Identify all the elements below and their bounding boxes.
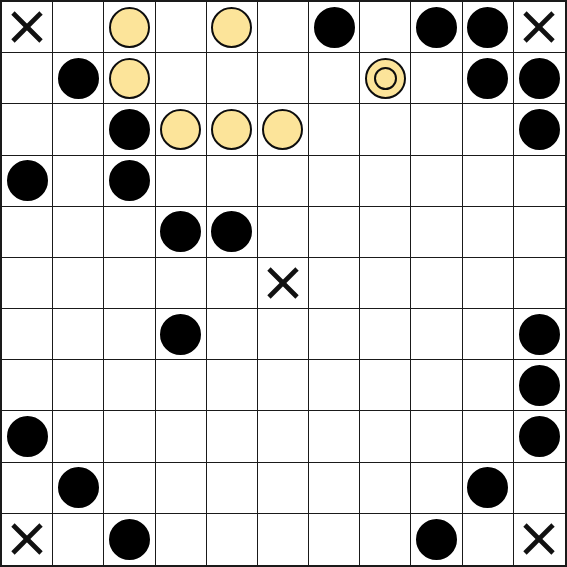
attacker-piece[interactable] <box>58 467 99 508</box>
cell-r3c8[interactable] <box>411 156 462 207</box>
cell-r10c6[interactable] <box>309 514 360 565</box>
cell-r2c2[interactable] <box>104 104 155 155</box>
cell-r9c2[interactable] <box>104 463 155 514</box>
cell-r8c7[interactable] <box>360 411 411 462</box>
cell-r1c9[interactable] <box>463 53 514 104</box>
cell-r5c1[interactable] <box>53 258 104 309</box>
cell-r5c7[interactable] <box>360 258 411 309</box>
cell-r5c2[interactable] <box>104 258 155 309</box>
cell-r4c3[interactable] <box>156 207 207 258</box>
defender-piece[interactable] <box>160 109 201 150</box>
cell-r5c10[interactable] <box>514 258 565 309</box>
attacker-piece[interactable] <box>519 314 560 355</box>
cell-r3c2[interactable] <box>104 156 155 207</box>
defender-piece[interactable] <box>211 109 252 150</box>
cell-r4c8[interactable] <box>411 207 462 258</box>
cell-r10c5[interactable] <box>258 514 309 565</box>
cell-r0c8[interactable] <box>411 2 462 53</box>
cell-r3c3[interactable] <box>156 156 207 207</box>
attacker-piece[interactable] <box>519 416 560 457</box>
cell-r4c0[interactable] <box>2 207 53 258</box>
cell-r1c6[interactable] <box>309 53 360 104</box>
cell-r8c4[interactable] <box>207 411 258 462</box>
cell-r2c10[interactable] <box>514 104 565 155</box>
cell-r7c6[interactable] <box>309 360 360 411</box>
king-ring <box>374 67 397 90</box>
cell-r2c9[interactable] <box>463 104 514 155</box>
cell-r4c4[interactable] <box>207 207 258 258</box>
cell-r7c7[interactable] <box>360 360 411 411</box>
cell-r7c8[interactable] <box>411 360 462 411</box>
cell-r0c2[interactable] <box>104 2 155 53</box>
cell-r7c0[interactable] <box>2 360 53 411</box>
throne-mark-icon <box>264 264 302 302</box>
cell-r10c10[interactable] <box>514 514 565 565</box>
cell-r0c6[interactable] <box>309 2 360 53</box>
cell-r8c0[interactable] <box>2 411 53 462</box>
cell-r7c1[interactable] <box>53 360 104 411</box>
cell-r1c2[interactable] <box>104 53 155 104</box>
cell-r4c9[interactable] <box>463 207 514 258</box>
cell-r1c8[interactable] <box>411 53 462 104</box>
cell-r7c2[interactable] <box>104 360 155 411</box>
cell-r1c0[interactable] <box>2 53 53 104</box>
attacker-piece[interactable] <box>160 314 201 355</box>
attacker-piece[interactable] <box>7 416 48 457</box>
cell-r9c3[interactable] <box>156 463 207 514</box>
corner-mark-icon <box>520 8 558 46</box>
cell-r2c0[interactable] <box>2 104 53 155</box>
cell-r0c4[interactable] <box>207 2 258 53</box>
cell-r9c10[interactable] <box>514 463 565 514</box>
cell-r1c3[interactable] <box>156 53 207 104</box>
cell-r3c7[interactable] <box>360 156 411 207</box>
hnefatafl-board <box>0 0 567 567</box>
cell-r0c7[interactable] <box>360 2 411 53</box>
cell-r8c2[interactable] <box>104 411 155 462</box>
cell-r4c1[interactable] <box>53 207 104 258</box>
cell-r5c8[interactable] <box>411 258 462 309</box>
cell-r6c1[interactable] <box>53 309 104 360</box>
cell-r10c0[interactable] <box>2 514 53 565</box>
cell-r1c4[interactable] <box>207 53 258 104</box>
cell-r8c10[interactable] <box>514 411 565 462</box>
cell-r4c2[interactable] <box>104 207 155 258</box>
cell-r10c2[interactable] <box>104 514 155 565</box>
cell-r7c3[interactable] <box>156 360 207 411</box>
cell-r2c8[interactable] <box>411 104 462 155</box>
cell-r3c1[interactable] <box>53 156 104 207</box>
cell-r3c4[interactable] <box>207 156 258 207</box>
defender-piece[interactable] <box>211 7 252 48</box>
cell-r10c7[interactable] <box>360 514 411 565</box>
attacker-piece[interactable] <box>467 467 508 508</box>
cell-r5c3[interactable] <box>156 258 207 309</box>
cell-r8c1[interactable] <box>53 411 104 462</box>
king-piece[interactable] <box>365 58 406 99</box>
cell-r5c0[interactable] <box>2 258 53 309</box>
cell-r6c2[interactable] <box>104 309 155 360</box>
attacker-piece[interactable] <box>416 519 457 560</box>
attacker-piece[interactable] <box>109 109 150 150</box>
cell-r7c9[interactable] <box>463 360 514 411</box>
cell-r3c9[interactable] <box>463 156 514 207</box>
cell-r10c1[interactable] <box>53 514 104 565</box>
cell-r2c5[interactable] <box>258 104 309 155</box>
cell-r1c5[interactable] <box>258 53 309 104</box>
cell-r9c9[interactable] <box>463 463 514 514</box>
cell-r6c9[interactable] <box>463 309 514 360</box>
cell-r1c10[interactable] <box>514 53 565 104</box>
cell-r5c5[interactable] <box>258 258 309 309</box>
corner-mark-icon <box>8 8 46 46</box>
cell-r0c9[interactable] <box>463 2 514 53</box>
cell-r0c5[interactable] <box>258 2 309 53</box>
cell-r8c6[interactable] <box>309 411 360 462</box>
cell-r2c6[interactable] <box>309 104 360 155</box>
cell-r6c10[interactable] <box>514 309 565 360</box>
cell-r7c4[interactable] <box>207 360 258 411</box>
cell-r2c1[interactable] <box>53 104 104 155</box>
cell-r9c5[interactable] <box>258 463 309 514</box>
cell-r8c5[interactable] <box>258 411 309 462</box>
cell-r6c4[interactable] <box>207 309 258 360</box>
cell-r3c0[interactable] <box>2 156 53 207</box>
cell-r6c5[interactable] <box>258 309 309 360</box>
cell-r1c7[interactable] <box>360 53 411 104</box>
cell-r0c1[interactable] <box>53 2 104 53</box>
defender-piece[interactable] <box>262 109 303 150</box>
cell-r3c5[interactable] <box>258 156 309 207</box>
attacker-piece[interactable] <box>416 7 457 48</box>
cell-r8c3[interactable] <box>156 411 207 462</box>
attacker-piece[interactable] <box>109 519 150 560</box>
cell-r8c8[interactable] <box>411 411 462 462</box>
cell-r0c10[interactable] <box>514 2 565 53</box>
cell-r6c8[interactable] <box>411 309 462 360</box>
cell-r7c10[interactable] <box>514 360 565 411</box>
cell-r2c4[interactable] <box>207 104 258 155</box>
defender-piece[interactable] <box>109 7 150 48</box>
cell-r9c8[interactable] <box>411 463 462 514</box>
cell-r6c6[interactable] <box>309 309 360 360</box>
attacker-piece[interactable] <box>519 109 560 150</box>
cell-r9c1[interactable] <box>53 463 104 514</box>
attacker-piece[interactable] <box>211 211 252 252</box>
cell-r5c4[interactable] <box>207 258 258 309</box>
attacker-piece[interactable] <box>314 7 355 48</box>
attacker-piece[interactable] <box>467 7 508 48</box>
cell-r0c0[interactable] <box>2 2 53 53</box>
cell-r6c3[interactable] <box>156 309 207 360</box>
attacker-piece[interactable] <box>58 58 99 99</box>
attacker-piece[interactable] <box>519 58 560 99</box>
attacker-piece[interactable] <box>160 211 201 252</box>
cell-r4c10[interactable] <box>514 207 565 258</box>
cell-r10c3[interactable] <box>156 514 207 565</box>
corner-mark-icon <box>8 520 46 558</box>
cell-r9c7[interactable] <box>360 463 411 514</box>
cell-r5c9[interactable] <box>463 258 514 309</box>
cell-r10c8[interactable] <box>411 514 462 565</box>
cell-r5c6[interactable] <box>309 258 360 309</box>
cell-r4c7[interactable] <box>360 207 411 258</box>
cell-r9c4[interactable] <box>207 463 258 514</box>
cell-r8c9[interactable] <box>463 411 514 462</box>
attacker-piece[interactable] <box>109 160 150 201</box>
cell-r2c3[interactable] <box>156 104 207 155</box>
cell-r9c6[interactable] <box>309 463 360 514</box>
cell-r1c1[interactable] <box>53 53 104 104</box>
cell-r6c0[interactable] <box>2 309 53 360</box>
corner-mark-icon <box>520 520 558 558</box>
defender-piece[interactable] <box>109 58 150 99</box>
attacker-piece[interactable] <box>7 160 48 201</box>
cell-r2c7[interactable] <box>360 104 411 155</box>
attacker-piece[interactable] <box>467 58 508 99</box>
cell-r0c3[interactable] <box>156 2 207 53</box>
cell-r7c5[interactable] <box>258 360 309 411</box>
cell-r3c10[interactable] <box>514 156 565 207</box>
cell-r9c0[interactable] <box>2 463 53 514</box>
attacker-piece[interactable] <box>519 365 560 406</box>
cell-r4c5[interactable] <box>258 207 309 258</box>
cell-r3c6[interactable] <box>309 156 360 207</box>
cell-r4c6[interactable] <box>309 207 360 258</box>
cell-r10c4[interactable] <box>207 514 258 565</box>
cell-r10c9[interactable] <box>463 514 514 565</box>
cell-r6c7[interactable] <box>360 309 411 360</box>
